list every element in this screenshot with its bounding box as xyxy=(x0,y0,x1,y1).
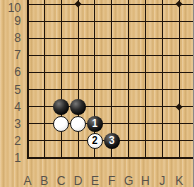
row-label-6: 6 xyxy=(2,66,21,78)
col-label-A: A xyxy=(23,175,31,187)
move-3-black-stone-F2[interactable]: 3 xyxy=(104,133,120,149)
grid-line-col-K xyxy=(179,0,180,159)
grid-line-row-4 xyxy=(27,106,194,107)
row-label-8: 8 xyxy=(2,32,21,44)
go-board-diagram[interactable]: 13210987654321ABCDEFGHJK xyxy=(0,0,193,187)
col-label-F: F xyxy=(108,175,115,187)
row-label-5: 5 xyxy=(2,84,21,96)
row-label-9: 9 xyxy=(2,15,21,27)
col-label-G: G xyxy=(124,175,133,187)
grid-line-row-7 xyxy=(27,55,194,56)
black-stone-D4[interactable] xyxy=(70,99,86,115)
grid-line-row-8 xyxy=(27,38,194,39)
row-label-1: 1 xyxy=(2,152,21,164)
black-stone-C4[interactable] xyxy=(53,99,69,115)
grid-line-col-G xyxy=(128,0,129,159)
move-1-black-stone-E3[interactable]: 1 xyxy=(87,116,103,132)
grid-line-col-C xyxy=(61,0,62,159)
grid-line-col-D xyxy=(78,0,79,159)
row-label-10: 10 xyxy=(2,2,21,14)
white-stone-C3[interactable] xyxy=(53,116,69,132)
col-label-J: J xyxy=(159,175,165,187)
col-label-H: H xyxy=(141,175,150,187)
grid-line-col-B xyxy=(44,0,45,159)
col-label-D: D xyxy=(74,175,83,187)
col-label-K: K xyxy=(175,175,183,187)
row-label-4: 4 xyxy=(2,101,21,113)
star-point-D10 xyxy=(75,0,82,7)
col-label-E: E xyxy=(91,175,99,187)
grid-line-row-10 xyxy=(27,4,194,5)
grid-line-row-3 xyxy=(27,123,194,124)
grid-line-row-9 xyxy=(27,21,194,22)
col-label-C: C xyxy=(57,175,66,187)
grid-line-col-H xyxy=(145,0,146,159)
grid-line-row-5 xyxy=(27,89,194,90)
move-2-white-stone-E2[interactable]: 2 xyxy=(87,133,103,149)
row-label-7: 7 xyxy=(2,49,21,61)
grid-line-row-1 xyxy=(27,157,194,159)
grid-line-row-6 xyxy=(27,72,194,73)
grid-line-col-J xyxy=(162,0,163,159)
row-label-2: 2 xyxy=(2,135,21,147)
white-stone-D3[interactable] xyxy=(70,116,86,132)
star-point-K10 xyxy=(176,0,183,7)
grid-line-col-A xyxy=(27,0,29,159)
col-label-B: B xyxy=(40,175,48,187)
row-label-3: 3 xyxy=(2,118,21,130)
star-point-K4 xyxy=(176,103,183,110)
